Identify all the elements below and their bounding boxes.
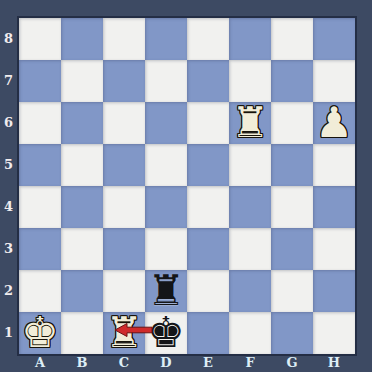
square-g7[interactable] xyxy=(271,60,313,102)
rank-label-3: 3 xyxy=(0,228,17,270)
square-e3[interactable] xyxy=(187,228,229,270)
board-frame: ♜♟♜♚♜♚ xyxy=(17,16,357,356)
square-g6[interactable] xyxy=(271,102,313,144)
square-h3[interactable] xyxy=(313,228,355,270)
square-c2[interactable] xyxy=(103,270,145,312)
square-b5[interactable] xyxy=(61,144,103,186)
square-c8[interactable] xyxy=(103,18,145,60)
square-g5[interactable] xyxy=(271,144,313,186)
square-f5[interactable] xyxy=(229,144,271,186)
square-a8[interactable] xyxy=(19,18,61,60)
square-b3[interactable] xyxy=(61,228,103,270)
square-g1[interactable] xyxy=(271,312,313,354)
file-label-f: F xyxy=(229,355,271,371)
file-label-d: D xyxy=(145,355,187,371)
square-f6[interactable]: ♜ xyxy=(229,102,271,144)
square-c4[interactable] xyxy=(103,186,145,228)
square-a6[interactable] xyxy=(19,102,61,144)
black-king-d1[interactable]: ♚ xyxy=(147,312,185,354)
square-f2[interactable] xyxy=(229,270,271,312)
rank-label-8: 8 xyxy=(0,18,17,60)
square-h2[interactable] xyxy=(313,270,355,312)
square-d6[interactable] xyxy=(145,102,187,144)
square-a4[interactable] xyxy=(19,186,61,228)
file-label-g: G xyxy=(271,355,313,371)
white-rook-c1[interactable]: ♜ xyxy=(105,312,143,354)
square-b4[interactable] xyxy=(61,186,103,228)
rank-labels: 87654321 xyxy=(0,18,17,354)
file-label-e: E xyxy=(187,355,229,371)
square-f8[interactable] xyxy=(229,18,271,60)
file-labels: ABCDEFGH xyxy=(19,355,355,371)
square-b2[interactable] xyxy=(61,270,103,312)
square-a1[interactable]: ♚ xyxy=(19,312,61,354)
square-g3[interactable] xyxy=(271,228,313,270)
file-label-b: B xyxy=(61,355,103,371)
square-e7[interactable] xyxy=(187,60,229,102)
square-d4[interactable] xyxy=(145,186,187,228)
square-f3[interactable] xyxy=(229,228,271,270)
white-king-a1[interactable]: ♚ xyxy=(21,312,59,354)
square-b6[interactable] xyxy=(61,102,103,144)
square-h6[interactable]: ♟ xyxy=(313,102,355,144)
square-f4[interactable] xyxy=(229,186,271,228)
square-h8[interactable] xyxy=(313,18,355,60)
square-h7[interactable] xyxy=(313,60,355,102)
square-b8[interactable] xyxy=(61,18,103,60)
rank-label-2: 2 xyxy=(0,270,17,312)
chess-diagram: 87654321 ♜♟♜♚♜♚ ABCDEFGH xyxy=(0,0,372,372)
file-label-c: C xyxy=(103,355,145,371)
white-pawn-h6[interactable]: ♟ xyxy=(315,102,353,144)
rank-label-7: 7 xyxy=(0,60,17,102)
square-e2[interactable] xyxy=(187,270,229,312)
square-d3[interactable] xyxy=(145,228,187,270)
square-e8[interactable] xyxy=(187,18,229,60)
square-f1[interactable] xyxy=(229,312,271,354)
square-d2[interactable]: ♜ xyxy=(145,270,187,312)
square-g4[interactable] xyxy=(271,186,313,228)
square-g8[interactable] xyxy=(271,18,313,60)
square-c6[interactable] xyxy=(103,102,145,144)
square-e6[interactable] xyxy=(187,102,229,144)
square-f7[interactable] xyxy=(229,60,271,102)
file-label-h: H xyxy=(313,355,355,371)
square-h5[interactable] xyxy=(313,144,355,186)
rank-label-4: 4 xyxy=(0,186,17,228)
black-rook-d2[interactable]: ♜ xyxy=(147,270,185,312)
chess-board: ♜♟♜♚♜♚ xyxy=(19,18,355,354)
rank-label-6: 6 xyxy=(0,102,17,144)
square-d8[interactable] xyxy=(145,18,187,60)
square-g2[interactable] xyxy=(271,270,313,312)
square-b1[interactable] xyxy=(61,312,103,354)
white-rook-f6[interactable]: ♜ xyxy=(231,102,269,144)
square-c7[interactable] xyxy=(103,60,145,102)
square-a3[interactable] xyxy=(19,228,61,270)
square-d5[interactable] xyxy=(145,144,187,186)
square-c3[interactable] xyxy=(103,228,145,270)
square-a5[interactable] xyxy=(19,144,61,186)
rank-label-5: 5 xyxy=(0,144,17,186)
square-c5[interactable] xyxy=(103,144,145,186)
square-b7[interactable] xyxy=(61,60,103,102)
square-e4[interactable] xyxy=(187,186,229,228)
square-e5[interactable] xyxy=(187,144,229,186)
square-e1[interactable] xyxy=(187,312,229,354)
file-label-a: A xyxy=(19,355,61,371)
square-c1[interactable]: ♜ xyxy=(103,312,145,354)
rank-label-1: 1 xyxy=(0,312,17,354)
square-a2[interactable] xyxy=(19,270,61,312)
square-h4[interactable] xyxy=(313,186,355,228)
square-d7[interactable] xyxy=(145,60,187,102)
square-a7[interactable] xyxy=(19,60,61,102)
square-d1[interactable]: ♚ xyxy=(145,312,187,354)
square-h1[interactable] xyxy=(313,312,355,354)
